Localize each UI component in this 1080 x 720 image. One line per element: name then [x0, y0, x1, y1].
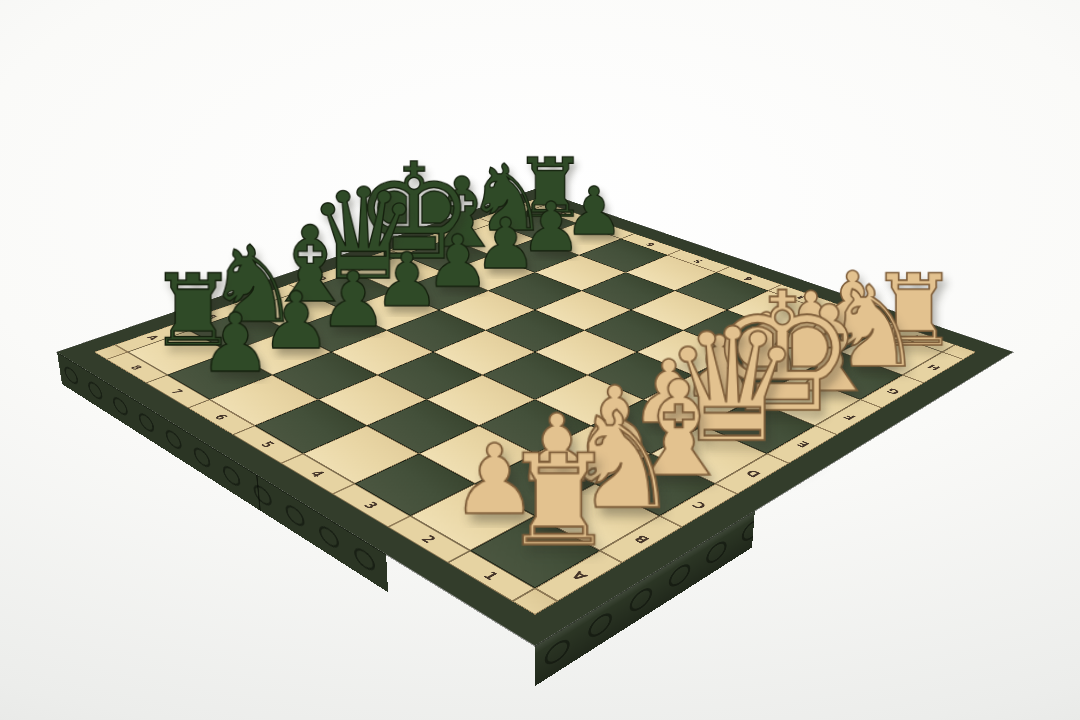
file-label: H: [925, 363, 942, 371]
rank-label: 3: [361, 500, 380, 510]
file-label: G: [884, 387, 901, 395]
rank-label: 7: [169, 387, 186, 395]
rank-label: 5: [258, 440, 276, 449]
piece-green-pawn[interactable]: ♟: [199, 302, 272, 383]
rank-label: 1: [480, 570, 500, 582]
file-label: C: [690, 500, 709, 510]
chess-board: ABCDEFGH8♜♞♝♛♚♝♞♜87♟♟♟♟♟♟♟♟7665544332♟♟♟…: [57, 189, 1013, 646]
rank-label: 6: [644, 242, 657, 247]
rank-label: 2: [419, 533, 439, 544]
board-top-grid: ABCDEFGH8♜♞♝♛♚♝♞♜87♟♟♟♟♟♟♟♟7665544332♟♟♟…: [94, 199, 976, 615]
rank-label: 8: [128, 364, 145, 371]
rank-label: 5: [692, 258, 705, 263]
piece-white-rook[interactable]: ♜: [502, 437, 615, 563]
file-label: A: [569, 569, 590, 581]
rank-label: 6: [212, 413, 230, 421]
rank-label: 4: [308, 469, 327, 478]
file-label: B: [631, 533, 651, 544]
fold-seam-left: [256, 474, 261, 511]
studio-backdrop: ABCDEFGH8♜♞♝♛♚♝♞♜87♟♟♟♟♟♟♟♟7665544332♟♟♟…: [0, 0, 1080, 720]
brass-clasp: [792, 472, 832, 511]
file-label: D: [743, 468, 762, 478]
